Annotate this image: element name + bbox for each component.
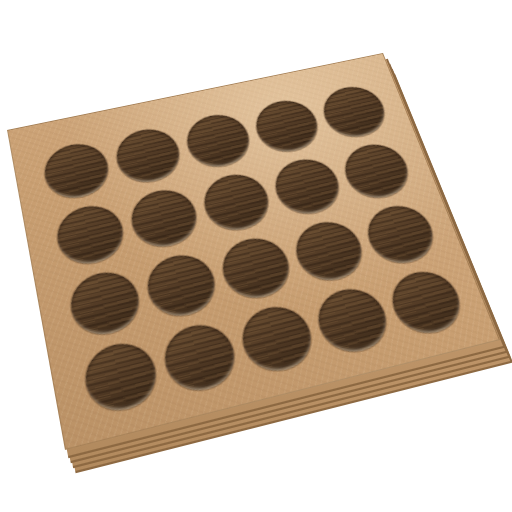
walnut-cap-disc: [198, 169, 275, 236]
walnut-cap-disc: [216, 233, 297, 305]
walnut-cap-disc: [360, 200, 442, 269]
walnut-cap-disc: [142, 249, 222, 322]
product-photo-scene: [0, 0, 512, 512]
walnut-cap-disc: [289, 216, 370, 286]
walnut-cap-disc: [80, 337, 163, 418]
walnut-cap-disc: [310, 283, 395, 359]
walnut-cap-disc: [66, 266, 145, 341]
walnut-cap-disc: [250, 96, 325, 157]
walnut-cap-disc: [40, 139, 113, 204]
walnut-cap-disc: [384, 266, 469, 340]
walnut-cap-disc: [269, 154, 347, 220]
walnut-cap-disc: [317, 82, 393, 142]
walnut-cap-disc: [159, 319, 242, 398]
walnut-cap-disc: [338, 139, 416, 203]
walnut-cap-disc: [111, 124, 185, 188]
walnut-cap-disc: [126, 185, 203, 253]
walnut-cap-disc: [52, 200, 128, 270]
walnut-cap-disc: [181, 110, 256, 173]
backing-sheet-top: [7, 53, 500, 450]
walnut-cap-disc: [235, 301, 319, 378]
